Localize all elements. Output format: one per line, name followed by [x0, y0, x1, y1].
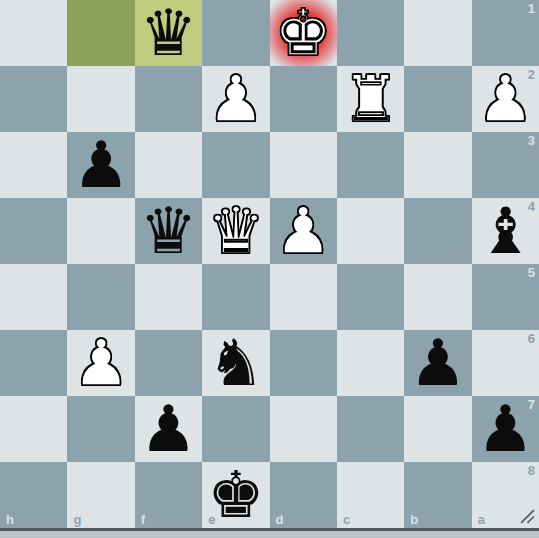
- square-b1[interactable]: [404, 0, 471, 66]
- square-e6[interactable]: ♞: [202, 330, 269, 396]
- square-c1[interactable]: [337, 0, 404, 66]
- square-h4[interactable]: [0, 198, 67, 264]
- rank-label-1: 1: [528, 2, 535, 15]
- black-queen[interactable]: ♛: [140, 198, 197, 264]
- black-pawn[interactable]: ♟: [409, 330, 466, 396]
- square-a5[interactable]: 5: [472, 264, 539, 330]
- square-d3[interactable]: [270, 132, 337, 198]
- square-a2[interactable]: ♟2: [472, 66, 539, 132]
- black-bishop[interactable]: ♝: [477, 198, 534, 264]
- black-pawn[interactable]: ♟: [140, 396, 197, 462]
- square-c4[interactable]: [337, 198, 404, 264]
- white-pawn[interactable]: ♟: [207, 66, 264, 132]
- white-king[interactable]: ♚: [275, 0, 332, 66]
- square-d2[interactable]: [270, 66, 337, 132]
- white-pawn[interactable]: ♟: [275, 198, 332, 264]
- black-knight[interactable]: ♞: [207, 330, 264, 396]
- square-b5[interactable]: [404, 264, 471, 330]
- square-d7[interactable]: [270, 396, 337, 462]
- square-g5[interactable]: [67, 264, 134, 330]
- file-label-b: b: [410, 513, 418, 526]
- square-h5[interactable]: [0, 264, 67, 330]
- file-label-g: g: [73, 513, 81, 526]
- chess-board: ♛♚1♟♜♟2♟3♛♛♟♝45♟♞♟6♟♟7hgf♚edcb8a: [0, 0, 539, 528]
- square-c2[interactable]: ♜: [337, 66, 404, 132]
- square-f8[interactable]: f: [135, 462, 202, 528]
- square-g8[interactable]: g: [67, 462, 134, 528]
- board-bottom-edge: [0, 528, 539, 531]
- square-g4[interactable]: [67, 198, 134, 264]
- square-f5[interactable]: [135, 264, 202, 330]
- square-h1[interactable]: [0, 0, 67, 66]
- square-e2[interactable]: ♟: [202, 66, 269, 132]
- square-h6[interactable]: [0, 330, 67, 396]
- black-king[interactable]: ♚: [207, 462, 264, 528]
- file-label-h: h: [6, 513, 14, 526]
- square-b7[interactable]: [404, 396, 471, 462]
- square-f4[interactable]: ♛: [135, 198, 202, 264]
- square-g6[interactable]: ♟: [67, 330, 134, 396]
- white-rook[interactable]: ♜: [342, 66, 399, 132]
- white-queen[interactable]: ♛: [207, 198, 264, 264]
- square-e8[interactable]: ♚e: [202, 462, 269, 528]
- square-g7[interactable]: [67, 396, 134, 462]
- square-f2[interactable]: [135, 66, 202, 132]
- square-a7[interactable]: ♟7: [472, 396, 539, 462]
- square-h3[interactable]: [0, 132, 67, 198]
- square-f7[interactable]: ♟: [135, 396, 202, 462]
- square-b4[interactable]: [404, 198, 471, 264]
- square-c3[interactable]: [337, 132, 404, 198]
- square-d1[interactable]: ♚: [270, 0, 337, 66]
- resize-grip-lines: [521, 510, 534, 523]
- square-b6[interactable]: ♟: [404, 330, 471, 396]
- square-f1[interactable]: ♛: [135, 0, 202, 66]
- square-g1[interactable]: [67, 0, 134, 66]
- chess-board-container: ♛♚1♟♜♟2♟3♛♛♟♝45♟♞♟6♟♟7hgf♚edcb8a: [0, 0, 539, 528]
- board-resize-handle[interactable]: [519, 508, 536, 525]
- black-queen[interactable]: ♛: [140, 0, 197, 66]
- white-pawn[interactable]: ♟: [72, 330, 129, 396]
- square-d8[interactable]: d: [270, 462, 337, 528]
- square-b8[interactable]: b: [404, 462, 471, 528]
- square-e5[interactable]: [202, 264, 269, 330]
- file-label-f: f: [141, 513, 145, 526]
- square-d4[interactable]: ♟: [270, 198, 337, 264]
- square-e4[interactable]: ♛: [202, 198, 269, 264]
- square-c8[interactable]: c: [337, 462, 404, 528]
- square-f3[interactable]: [135, 132, 202, 198]
- square-c6[interactable]: [337, 330, 404, 396]
- square-e1[interactable]: [202, 0, 269, 66]
- square-e7[interactable]: [202, 396, 269, 462]
- white-pawn[interactable]: ♟: [477, 66, 534, 132]
- square-g2[interactable]: [67, 66, 134, 132]
- square-d6[interactable]: [270, 330, 337, 396]
- square-f6[interactable]: [135, 330, 202, 396]
- square-e3[interactable]: [202, 132, 269, 198]
- black-pawn[interactable]: ♟: [72, 132, 129, 198]
- square-h2[interactable]: [0, 66, 67, 132]
- file-label-c: c: [343, 513, 350, 526]
- black-pawn[interactable]: ♟: [477, 396, 534, 462]
- file-label-a: a: [478, 513, 485, 526]
- square-g3[interactable]: ♟: [67, 132, 134, 198]
- square-c7[interactable]: [337, 396, 404, 462]
- square-a3[interactable]: 3: [472, 132, 539, 198]
- file-label-d: d: [276, 513, 284, 526]
- square-d5[interactable]: [270, 264, 337, 330]
- square-c5[interactable]: [337, 264, 404, 330]
- square-h7[interactable]: [0, 396, 67, 462]
- square-a1[interactable]: 1: [472, 0, 539, 66]
- square-b2[interactable]: [404, 66, 471, 132]
- square-b3[interactable]: [404, 132, 471, 198]
- rank-label-6: 6: [528, 332, 535, 345]
- square-a4[interactable]: ♝4: [472, 198, 539, 264]
- square-a6[interactable]: 6: [472, 330, 539, 396]
- square-h8[interactable]: h: [0, 462, 67, 528]
